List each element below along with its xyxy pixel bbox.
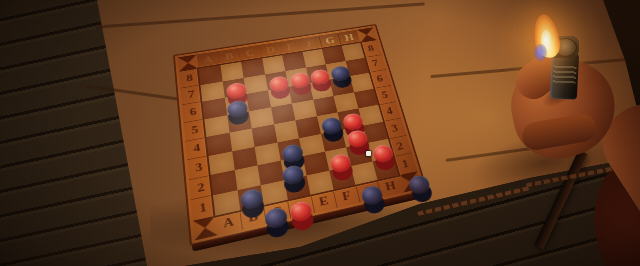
- piece-navy-c3[interactable]: [281, 164, 305, 186]
- piece-red-e3[interactable]: [329, 153, 353, 174]
- piece-red-a8[interactable]: [226, 82, 248, 100]
- piece-red-e8[interactable]: [310, 69, 332, 86]
- piece-red-d8[interactable]: [289, 72, 311, 90]
- piece-navy-f8[interactable]: [330, 65, 352, 82]
- piece-navy-e5[interactable]: [321, 116, 344, 135]
- flame-blue-base: [534, 44, 547, 61]
- mouse-cursor: [366, 151, 371, 156]
- game-screenshot: ABCDEFGH ABCDEFGH 87654321 87654321: [0, 0, 640, 266]
- piece-red-f4[interactable]: [346, 129, 369, 149]
- piece-red-c8[interactable]: [269, 75, 291, 93]
- corner-ornament: [193, 216, 218, 241]
- piece-navy-c4[interactable]: [281, 143, 304, 164]
- piece-red-f5[interactable]: [341, 112, 364, 131]
- piece-navy-a7[interactable]: [227, 99, 249, 118]
- corner-ornament: [357, 27, 378, 42]
